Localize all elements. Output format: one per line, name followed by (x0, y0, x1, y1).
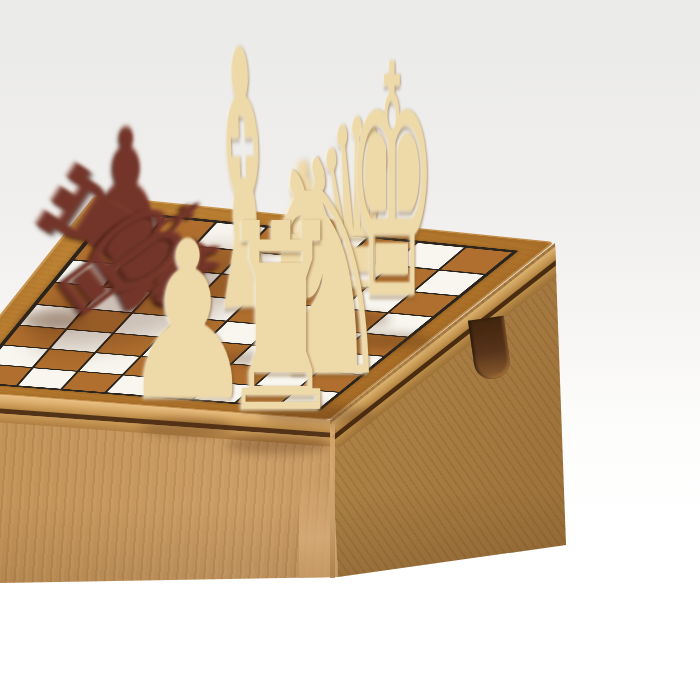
photo-stage: ♟ ♟ ♛ ♚ ♝ ♜ ♞ ♚ ♞ ♟ ♜ (0, 0, 700, 700)
thumb-notch[interactable] (468, 316, 512, 381)
white-rook[interactable]: ♜ (219, 190, 344, 448)
